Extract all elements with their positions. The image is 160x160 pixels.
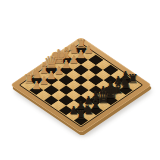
- piece-white-pawn-a2[interactable]: ♟: [30, 80, 43, 91]
- piece-black-rook-a8[interactable]: ♜: [74, 109, 89, 122]
- chess-set-photo: ♜♞♝♛♚♝♞♜♟♟♟♟♟♟♟♟♟♟♟♟♟♟♟♟♜♞♝♛♚♝♞♜: [0, 0, 160, 160]
